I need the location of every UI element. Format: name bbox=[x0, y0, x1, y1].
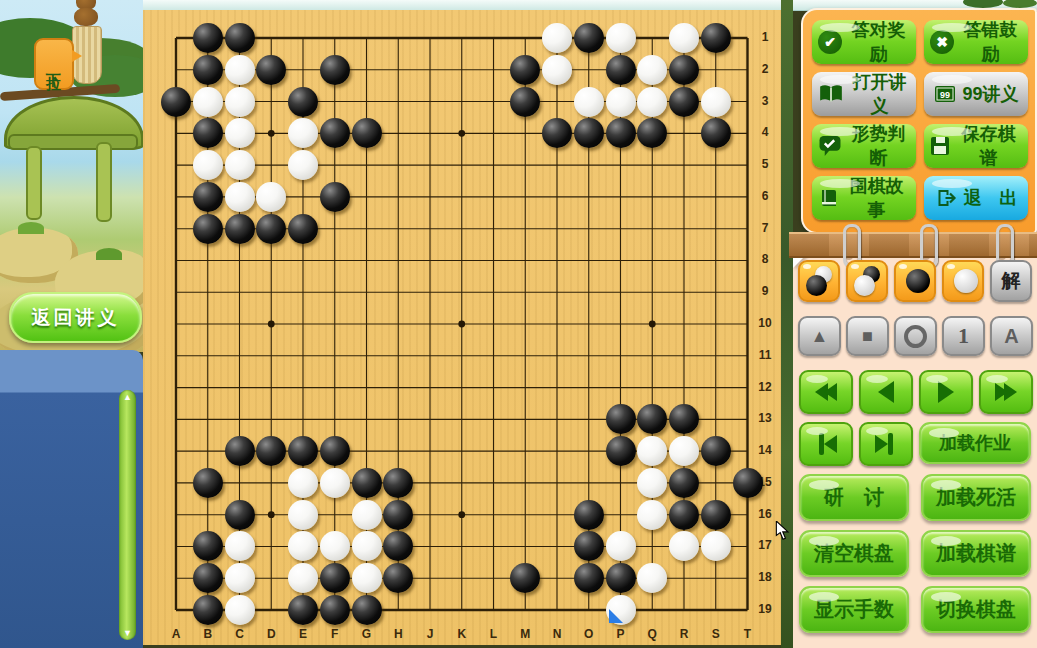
fast-forward-icon bbox=[1004, 383, 1017, 401]
clear-board-button[interactable]: 清空棋盘 bbox=[799, 530, 909, 577]
coord-letter-N: N bbox=[547, 627, 567, 641]
lesson-button-label-7: 退 出 bbox=[964, 186, 1018, 210]
marker-circle-button[interactable] bbox=[894, 316, 937, 356]
coord-letter-H: H bbox=[388, 627, 408, 641]
stone-D6 bbox=[256, 182, 286, 212]
coord-number-4: 4 bbox=[752, 125, 778, 139]
stone-P4 bbox=[606, 118, 636, 148]
stone-C18 bbox=[225, 563, 255, 593]
stone-B1 bbox=[193, 23, 223, 53]
stone-Q2 bbox=[637, 55, 667, 85]
scroll-up-icon[interactable]: ▲ bbox=[119, 390, 136, 404]
stone-O4 bbox=[574, 118, 604, 148]
pull-down-tab[interactable]: 下拉 bbox=[34, 38, 74, 90]
stone-E19 bbox=[288, 595, 318, 625]
stone-C3 bbox=[225, 87, 255, 117]
coord-letter-R: R bbox=[674, 627, 694, 641]
fast-rewind-icon bbox=[824, 383, 837, 401]
load-life-death-button[interactable]: 加载死活 bbox=[921, 474, 1031, 521]
bubble-check-icon bbox=[818, 135, 842, 157]
lesson-button-label-6: 围棋故事 bbox=[843, 174, 910, 222]
stone-O16 bbox=[574, 500, 604, 530]
stone-C14 bbox=[225, 436, 255, 466]
coord-letter-E: E bbox=[293, 627, 313, 641]
check-circle-icon: ✔ bbox=[818, 30, 842, 54]
step-back-button[interactable] bbox=[859, 370, 913, 414]
stone-S1 bbox=[701, 23, 731, 53]
right-panel: ✔答对奖励✖答错鼓励打开讲义9999讲义形势判断保存棋谱围棋故事退 出 解 ▲■… bbox=[793, 0, 1037, 648]
stone-E15 bbox=[288, 468, 318, 498]
stone-P18 bbox=[606, 563, 636, 593]
stone-E3 bbox=[288, 87, 318, 117]
to-end-button[interactable] bbox=[859, 422, 913, 466]
coord-number-13: 13 bbox=[752, 411, 778, 425]
stone-S16 bbox=[701, 500, 731, 530]
tassel-knot-2 bbox=[74, 8, 98, 26]
stone-Q15 bbox=[637, 468, 667, 498]
stone-R15 bbox=[669, 468, 699, 498]
story-book-icon bbox=[818, 188, 838, 208]
lesson-button-label-4: 形势判断 bbox=[847, 122, 910, 170]
stone-B2 bbox=[193, 55, 223, 85]
app-window: 下拉 返回讲义 ▲ ▼ ABCDEFGHJKLMNOPQRST123456789… bbox=[0, 0, 1037, 648]
stone-P14 bbox=[606, 436, 636, 466]
coord-letter-L: L bbox=[484, 627, 504, 641]
coord-number-3: 3 bbox=[752, 94, 778, 108]
nav-row-1 bbox=[799, 370, 1033, 414]
fast-forward-button[interactable] bbox=[979, 370, 1033, 414]
stone-C5 bbox=[225, 150, 255, 180]
stone-G18 bbox=[352, 563, 382, 593]
stone-S14 bbox=[701, 436, 731, 466]
stone-O1 bbox=[574, 23, 604, 53]
lesson-button-label-1: 答错鼓励 bbox=[959, 18, 1022, 66]
coord-number-5: 5 bbox=[752, 157, 778, 171]
stone-C1 bbox=[225, 23, 255, 53]
square-icon: ■ bbox=[862, 326, 873, 347]
alternate-white-first-button[interactable] bbox=[846, 260, 888, 302]
floppy-icon bbox=[930, 136, 950, 156]
stone-G4 bbox=[352, 118, 382, 148]
stone-R16 bbox=[669, 500, 699, 530]
lesson-button-label-0: 答对奖励 bbox=[847, 18, 910, 66]
stone-E5 bbox=[288, 150, 318, 180]
stone-B4 bbox=[193, 118, 223, 148]
stone-E7 bbox=[288, 214, 318, 244]
stone-G17 bbox=[352, 531, 382, 561]
lesson-button-panel: ✔答对奖励✖答错鼓励打开讲义9999讲义形势判断保存棋谱围棋故事退 出 bbox=[801, 8, 1037, 234]
stone-R14 bbox=[669, 436, 699, 466]
stone-N2 bbox=[542, 55, 572, 85]
stone-S3 bbox=[701, 87, 731, 117]
lesson-button-check-circle[interactable]: ✔答对奖励 bbox=[812, 20, 916, 64]
white-stone-glyph bbox=[854, 275, 875, 296]
stone-F4 bbox=[320, 118, 350, 148]
load-homework-button[interactable]: 加载作业 bbox=[919, 422, 1031, 464]
coord-letter-T: T bbox=[738, 627, 758, 641]
stone-P13 bbox=[606, 404, 636, 434]
coord-letter-A: A bbox=[166, 627, 186, 641]
stone-E16 bbox=[288, 500, 318, 530]
stone-P17 bbox=[606, 531, 636, 561]
exit-door-icon bbox=[935, 188, 959, 208]
to-end-icon bbox=[875, 435, 888, 453]
coord-number-18: 18 bbox=[752, 570, 778, 584]
stone-C19 bbox=[225, 595, 255, 625]
stone-C7 bbox=[225, 214, 255, 244]
stone-D7 bbox=[256, 214, 286, 244]
grass-tuft-2 bbox=[18, 222, 44, 234]
lesson-button-label-2: 打开讲义 bbox=[849, 70, 910, 118]
white-stone-glyph bbox=[954, 269, 978, 293]
stone-H15 bbox=[383, 468, 413, 498]
coord-letter-Q: Q bbox=[642, 627, 662, 641]
coord-number-19: 19 bbox=[752, 602, 778, 616]
back-to-lecture-button[interactable]: 返回讲义 bbox=[9, 292, 142, 343]
stone-Q3 bbox=[637, 87, 667, 117]
stone-G16 bbox=[352, 500, 382, 530]
coord-letter-K: K bbox=[452, 627, 472, 641]
stone-B19 bbox=[193, 595, 223, 625]
marker-triangle-button[interactable]: ▲ bbox=[798, 316, 841, 356]
stone-G19 bbox=[352, 595, 382, 625]
coord-number-7: 7 bbox=[752, 221, 778, 235]
stone-F2 bbox=[320, 55, 350, 85]
stone-C16 bbox=[225, 500, 255, 530]
lesson-button-exit-door[interactable]: 退 出 bbox=[924, 176, 1028, 220]
grass-tuft bbox=[96, 248, 122, 260]
stones-black-front-icon bbox=[806, 266, 832, 296]
stone-E14 bbox=[288, 436, 318, 466]
load-kifu-button[interactable]: 加载棋谱 bbox=[921, 530, 1031, 577]
stone-Q16 bbox=[637, 500, 667, 530]
last-move-marker bbox=[609, 609, 623, 623]
stone-O3 bbox=[574, 87, 604, 117]
stone-B7 bbox=[193, 214, 223, 244]
show-move-numbers-button[interactable]: 显示手数 bbox=[799, 586, 909, 633]
open-book-icon bbox=[818, 84, 844, 104]
alternate-black-first-button[interactable] bbox=[798, 260, 840, 302]
scroll-down-icon[interactable]: ▼ bbox=[119, 626, 136, 640]
coord-letter-M: M bbox=[515, 627, 535, 641]
coord-letter-G: G bbox=[357, 627, 377, 641]
coord-number-14: 14 bbox=[752, 443, 778, 457]
stone-F6 bbox=[320, 182, 350, 212]
number-1-icon: 1 bbox=[958, 323, 969, 349]
stone-R1 bbox=[669, 23, 699, 53]
stone-P19 bbox=[606, 595, 636, 625]
to-start-icon bbox=[824, 435, 837, 453]
stone-B15 bbox=[193, 468, 223, 498]
stone-C17 bbox=[225, 531, 255, 561]
stone-G15 bbox=[352, 468, 382, 498]
coord-number-10: 10 bbox=[752, 316, 778, 330]
stone-C6 bbox=[225, 182, 255, 212]
background-gap bbox=[781, 0, 793, 648]
lesson-button-grid: ✔答对奖励✖答错鼓励打开讲义9999讲义形势判断保存棋谱围棋故事退 出 bbox=[812, 20, 1028, 220]
stone-D2 bbox=[256, 55, 286, 85]
lesson-button-bubble-check[interactable]: 形势判断 bbox=[812, 124, 916, 168]
stone-R3 bbox=[669, 87, 699, 117]
step-back-icon bbox=[878, 381, 894, 403]
coord-letter-B: B bbox=[198, 627, 218, 641]
stone-O18 bbox=[574, 563, 604, 593]
marker-square-button[interactable]: ■ bbox=[846, 316, 889, 356]
coord-number-6: 6 bbox=[752, 189, 778, 203]
coord-letter-D: D bbox=[261, 627, 281, 641]
discuss-button[interactable]: 研 讨 bbox=[799, 474, 909, 521]
solve-button[interactable]: 解 bbox=[990, 260, 1032, 302]
stone-P2 bbox=[606, 55, 636, 85]
stone-P3 bbox=[606, 87, 636, 117]
pavilion-post bbox=[26, 146, 42, 220]
stone-F18 bbox=[320, 563, 350, 593]
go-board[interactable]: ABCDEFGHJKLMNOPQRST123456789101112131415… bbox=[143, 10, 781, 645]
marker-letter-A-button[interactable]: A bbox=[990, 316, 1033, 356]
stone-C4 bbox=[225, 118, 255, 148]
stone-F14 bbox=[320, 436, 350, 466]
lesson-button-story-book[interactable]: 围棋故事 bbox=[812, 176, 916, 220]
action-row-1: 研 讨加载死活 bbox=[799, 474, 1031, 521]
coord-number-16: 16 bbox=[752, 507, 778, 521]
stone-C2 bbox=[225, 55, 255, 85]
action-row-3: 显示手数切换棋盘 bbox=[799, 586, 1031, 633]
stone-N1 bbox=[542, 23, 572, 53]
lesson-button-floppy-disk[interactable]: 保存棋谱 bbox=[924, 124, 1028, 168]
left-sidebar: 下拉 返回讲义 ▲ ▼ bbox=[0, 0, 143, 648]
stone-S4 bbox=[701, 118, 731, 148]
lesson-button-label-5: 保存棋谱 bbox=[955, 122, 1022, 170]
lecture-list-panel: ▲ ▼ bbox=[0, 350, 143, 648]
coord-letter-F: F bbox=[325, 627, 345, 641]
book-99-icon: 99 bbox=[933, 84, 957, 104]
circle-icon bbox=[904, 325, 927, 348]
panel-scrollbar[interactable]: ▲ ▼ bbox=[119, 390, 136, 640]
black-stone-glyph bbox=[806, 275, 827, 296]
place-black-button[interactable] bbox=[894, 260, 936, 302]
stone-R2 bbox=[669, 55, 699, 85]
coord-letter-C: C bbox=[230, 627, 250, 641]
coord-number-9: 9 bbox=[752, 284, 778, 298]
stone-A3 bbox=[161, 87, 191, 117]
stone-B3 bbox=[193, 87, 223, 117]
switch-board-button[interactable]: 切换棋盘 bbox=[921, 586, 1031, 633]
coord-number-12: 12 bbox=[752, 380, 778, 394]
action-row-2: 清空棋盘加载棋谱 bbox=[799, 530, 1031, 577]
x-circle-icon: ✖ bbox=[930, 30, 954, 54]
black-stone-glyph bbox=[906, 269, 930, 293]
stone-white-icon bbox=[950, 266, 976, 296]
to-end-icon bbox=[888, 433, 893, 455]
lesson-button-x-circle[interactable]: ✖答错鼓励 bbox=[924, 20, 1028, 64]
pavilion-post-2 bbox=[96, 142, 112, 222]
lesson-button-open-book[interactable]: 打开讲义 bbox=[812, 72, 916, 116]
coord-number-1: 1 bbox=[752, 30, 778, 44]
triangle-icon: ▲ bbox=[811, 326, 829, 347]
svg-text:99: 99 bbox=[940, 90, 950, 100]
lesson-button-book-99[interactable]: 9999讲义 bbox=[924, 72, 1028, 116]
letter-A-icon: A bbox=[1004, 325, 1018, 348]
stone-B5 bbox=[193, 150, 223, 180]
stone-F19 bbox=[320, 595, 350, 625]
step-forward-icon bbox=[938, 381, 954, 403]
nav-row-2: 加载作业 bbox=[799, 422, 1031, 466]
stone-B6 bbox=[193, 182, 223, 212]
marker-number-1-button[interactable]: 1 bbox=[942, 316, 985, 356]
to-start-button[interactable] bbox=[799, 422, 853, 466]
coord-number-2: 2 bbox=[752, 62, 778, 76]
coord-letter-P: P bbox=[611, 627, 631, 641]
stone-P1 bbox=[606, 23, 636, 53]
stone-M3 bbox=[510, 87, 540, 117]
mouse-cursor bbox=[775, 521, 791, 545]
stone-H16 bbox=[383, 500, 413, 530]
step-forward-button[interactable] bbox=[919, 370, 973, 414]
stone-M2 bbox=[510, 55, 540, 85]
marker-tool-row: ▲■1A bbox=[798, 316, 1033, 356]
coord-number-8: 8 bbox=[752, 252, 778, 266]
stones-white-front-icon bbox=[854, 266, 880, 296]
solve-label: 解 bbox=[1002, 268, 1021, 294]
fast-rewind-button[interactable] bbox=[799, 370, 853, 414]
lesson-button-label-3: 99讲义 bbox=[962, 82, 1018, 106]
stone-B18 bbox=[193, 563, 223, 593]
coord-letter-J: J bbox=[420, 627, 440, 641]
stone-F15 bbox=[320, 468, 350, 498]
stone-tool-row: 解 bbox=[798, 260, 1032, 302]
coord-number-11: 11 bbox=[752, 348, 778, 362]
coord-letter-S: S bbox=[706, 627, 726, 641]
stone-black-icon bbox=[902, 266, 928, 296]
stone-T15 bbox=[733, 468, 763, 498]
place-white-button[interactable] bbox=[942, 260, 984, 302]
coord-letter-O: O bbox=[579, 627, 599, 641]
